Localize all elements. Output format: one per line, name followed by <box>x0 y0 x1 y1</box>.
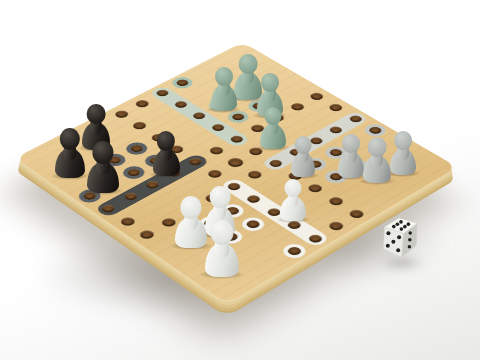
home-hole-grey <box>328 148 345 158</box>
board-hole <box>149 132 167 142</box>
board-hole <box>167 144 185 155</box>
home-hole-white <box>224 206 241 217</box>
home-hole-grey <box>308 159 325 169</box>
die-pip <box>400 227 404 231</box>
board-hole <box>247 146 265 157</box>
home-hole-white <box>222 231 240 242</box>
die-pip <box>396 248 400 252</box>
die-pip <box>386 244 390 248</box>
board-hole <box>133 99 151 109</box>
home-hole-white <box>244 219 262 230</box>
board-hole <box>203 193 222 204</box>
board-hole <box>348 208 367 220</box>
die-pip <box>408 231 411 234</box>
home-hole-black <box>107 155 124 165</box>
home-hole-green <box>250 101 266 110</box>
die-pip <box>396 222 400 226</box>
home-hole-grey <box>348 160 365 170</box>
start-hole-green <box>175 78 191 87</box>
board-hole <box>118 216 137 228</box>
board-hole <box>308 91 326 101</box>
die-pip <box>408 238 411 241</box>
board-hole <box>327 102 345 112</box>
start-hole-grey <box>367 126 384 136</box>
center-hole <box>225 156 246 168</box>
home-hole-white <box>202 218 220 229</box>
board-hole <box>112 109 130 119</box>
home-hole-black <box>147 156 164 166</box>
die-pip <box>399 220 403 224</box>
board-hole <box>205 169 224 180</box>
board-hole <box>137 229 156 241</box>
die-pip <box>408 245 411 248</box>
home-hole-green <box>231 90 247 99</box>
die-showing-six-and-five <box>379 214 421 262</box>
board-hole <box>248 123 266 133</box>
board-hole <box>288 102 306 112</box>
scene <box>0 0 480 360</box>
board-hole <box>182 205 201 216</box>
home-hole-green <box>230 112 246 121</box>
board-hole <box>286 170 305 181</box>
die-pip <box>397 235 401 239</box>
die-pip <box>403 225 407 229</box>
start-hole-black <box>81 191 98 201</box>
die-pip <box>391 240 395 244</box>
board-hole <box>246 169 265 180</box>
board-hole <box>160 217 179 229</box>
board-hole <box>327 220 346 232</box>
die-pip <box>407 222 411 226</box>
home-hole-black <box>125 167 142 177</box>
home-hole-black <box>128 144 145 154</box>
board-hole <box>207 145 225 156</box>
board-hole <box>306 183 325 194</box>
die-pip <box>392 225 396 229</box>
home-hole-green <box>211 100 227 109</box>
board-hole <box>268 112 286 122</box>
board-hole <box>130 121 148 131</box>
die-pip <box>386 231 390 235</box>
board-hole <box>327 195 346 206</box>
home-hole-grey <box>328 171 345 181</box>
start-hole-white <box>285 246 303 257</box>
